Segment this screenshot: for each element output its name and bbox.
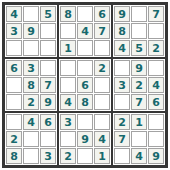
sudoku-cell-r4c1: 6 [6, 60, 22, 76]
sudoku-cell-r4c5[interactable] [77, 60, 93, 76]
sudoku-cell-r7c5[interactable] [77, 114, 93, 130]
sudoku-block-2: 86471 [58, 4, 112, 58]
sudoku-cell-r9c8: 4 [131, 148, 147, 164]
sudoku-cell-r3c5[interactable] [77, 40, 93, 56]
sudoku-cell-r2c9[interactable] [148, 23, 164, 39]
sudoku-cell-r7c7: 2 [114, 114, 130, 130]
sudoku-cell-r1c5[interactable] [77, 6, 93, 22]
sudoku-cell-r8c5: 9 [77, 131, 93, 147]
sudoku-cell-r4c6: 2 [94, 60, 110, 76]
sudoku-cell-r7c2: 4 [23, 114, 39, 130]
sudoku-cell-r6c3: 9 [40, 94, 56, 110]
sudoku-cell-r9c3: 3 [40, 148, 56, 164]
sudoku-cell-r6c2: 2 [23, 94, 39, 110]
sudoku-block-7: 46283 [4, 112, 58, 166]
sudoku-cell-r8c2[interactable] [23, 131, 39, 147]
sudoku-cell-r7c9[interactable] [148, 114, 164, 130]
sudoku-page: 4539864719784526387292648932476462833942… [0, 0, 170, 170]
sudoku-cell-r9c6: 1 [94, 148, 110, 164]
sudoku-block-3: 978452 [112, 4, 166, 58]
sudoku-cell-r3c8: 5 [131, 40, 147, 56]
sudoku-cell-r6c8: 7 [131, 94, 147, 110]
sudoku-cell-r9c1: 8 [6, 148, 22, 164]
sudoku-cell-r7c8: 1 [131, 114, 147, 130]
sudoku-cell-r2c1: 3 [6, 23, 22, 39]
sudoku-cell-r9c5[interactable] [77, 148, 93, 164]
sudoku-block-6: 932476 [112, 58, 166, 112]
sudoku-cell-r6c1[interactable] [6, 94, 22, 110]
sudoku-cell-r7c3: 6 [40, 114, 56, 130]
sudoku-cell-r1c1: 4 [6, 6, 22, 22]
sudoku-cell-r6c4: 4 [60, 94, 76, 110]
sudoku-cell-r8c7: 7 [114, 131, 130, 147]
sudoku-cell-r2c6: 7 [94, 23, 110, 39]
sudoku-cell-r5c2: 8 [23, 77, 39, 93]
sudoku-cell-r8c9[interactable] [148, 131, 164, 147]
sudoku-cell-r3c9: 2 [148, 40, 164, 56]
sudoku-cell-r5c3: 7 [40, 77, 56, 93]
sudoku-block-9: 21749 [112, 112, 166, 166]
sudoku-block-8: 39421 [58, 112, 112, 166]
sudoku-cell-r5c4[interactable] [60, 77, 76, 93]
sudoku-cell-r7c6[interactable] [94, 114, 110, 130]
sudoku-cell-r5c6[interactable] [94, 77, 110, 93]
sudoku-cell-r7c4: 3 [60, 114, 76, 130]
sudoku-cell-r8c1: 2 [6, 131, 22, 147]
sudoku-cell-r1c2[interactable] [23, 6, 39, 22]
sudoku-cell-r9c2[interactable] [23, 148, 39, 164]
sudoku-cell-r3c4: 1 [60, 40, 76, 56]
sudoku-cell-r3c6[interactable] [94, 40, 110, 56]
sudoku-cell-r4c8: 9 [131, 60, 147, 76]
sudoku-cell-r3c1[interactable] [6, 40, 22, 56]
sudoku-cell-r1c3: 5 [40, 6, 56, 22]
sudoku-cell-r6c5: 8 [77, 94, 93, 110]
sudoku-cell-r4c7[interactable] [114, 60, 130, 76]
sudoku-cell-r6c6[interactable] [94, 94, 110, 110]
sudoku-block-5: 2648 [58, 58, 112, 112]
sudoku-cell-r2c8[interactable] [131, 23, 147, 39]
sudoku-cell-r1c4: 8 [60, 6, 76, 22]
sudoku-cell-r1c8[interactable] [131, 6, 147, 22]
sudoku-cell-r5c9: 4 [148, 77, 164, 93]
sudoku-cell-r3c7: 4 [114, 40, 130, 56]
sudoku-cell-r2c7: 8 [114, 23, 130, 39]
sudoku-cell-r2c4[interactable] [60, 23, 76, 39]
sudoku-cell-r1c7: 9 [114, 6, 130, 22]
sudoku-cell-r5c5: 6 [77, 77, 93, 93]
sudoku-cell-r8c3[interactable] [40, 131, 56, 147]
sudoku-block-4: 638729 [4, 58, 58, 112]
sudoku-cell-r3c2[interactable] [23, 40, 39, 56]
sudoku-cell-r8c8[interactable] [131, 131, 147, 147]
sudoku-cell-r7c1[interactable] [6, 114, 22, 130]
sudoku-cell-r2c2: 9 [23, 23, 39, 39]
sudoku-cell-r8c4[interactable] [60, 131, 76, 147]
sudoku-cell-r4c2: 3 [23, 60, 39, 76]
sudoku-cell-r9c4: 2 [60, 148, 76, 164]
sudoku-cell-r3c3[interactable] [40, 40, 56, 56]
sudoku-cell-r5c7: 3 [114, 77, 130, 93]
sudoku-cell-r6c9: 6 [148, 94, 164, 110]
sudoku-cell-r4c3[interactable] [40, 60, 56, 76]
sudoku-cell-r2c3[interactable] [40, 23, 56, 39]
sudoku-cell-r8c6: 4 [94, 131, 110, 147]
sudoku-cell-r4c4[interactable] [60, 60, 76, 76]
sudoku-cell-r9c9: 9 [148, 148, 164, 164]
sudoku-cell-r5c1[interactable] [6, 77, 22, 93]
sudoku-cell-r1c6: 6 [94, 6, 110, 22]
sudoku-cell-r5c8: 2 [131, 77, 147, 93]
sudoku-cell-r4c9[interactable] [148, 60, 164, 76]
sudoku-board: 4539864719784526387292648932476462833942… [2, 2, 168, 168]
sudoku-block-1: 4539 [4, 4, 58, 58]
sudoku-cell-r2c5: 4 [77, 23, 93, 39]
sudoku-cell-r6c7[interactable] [114, 94, 130, 110]
sudoku-cell-r9c7[interactable] [114, 148, 130, 164]
sudoku-cell-r1c9: 7 [148, 6, 164, 22]
